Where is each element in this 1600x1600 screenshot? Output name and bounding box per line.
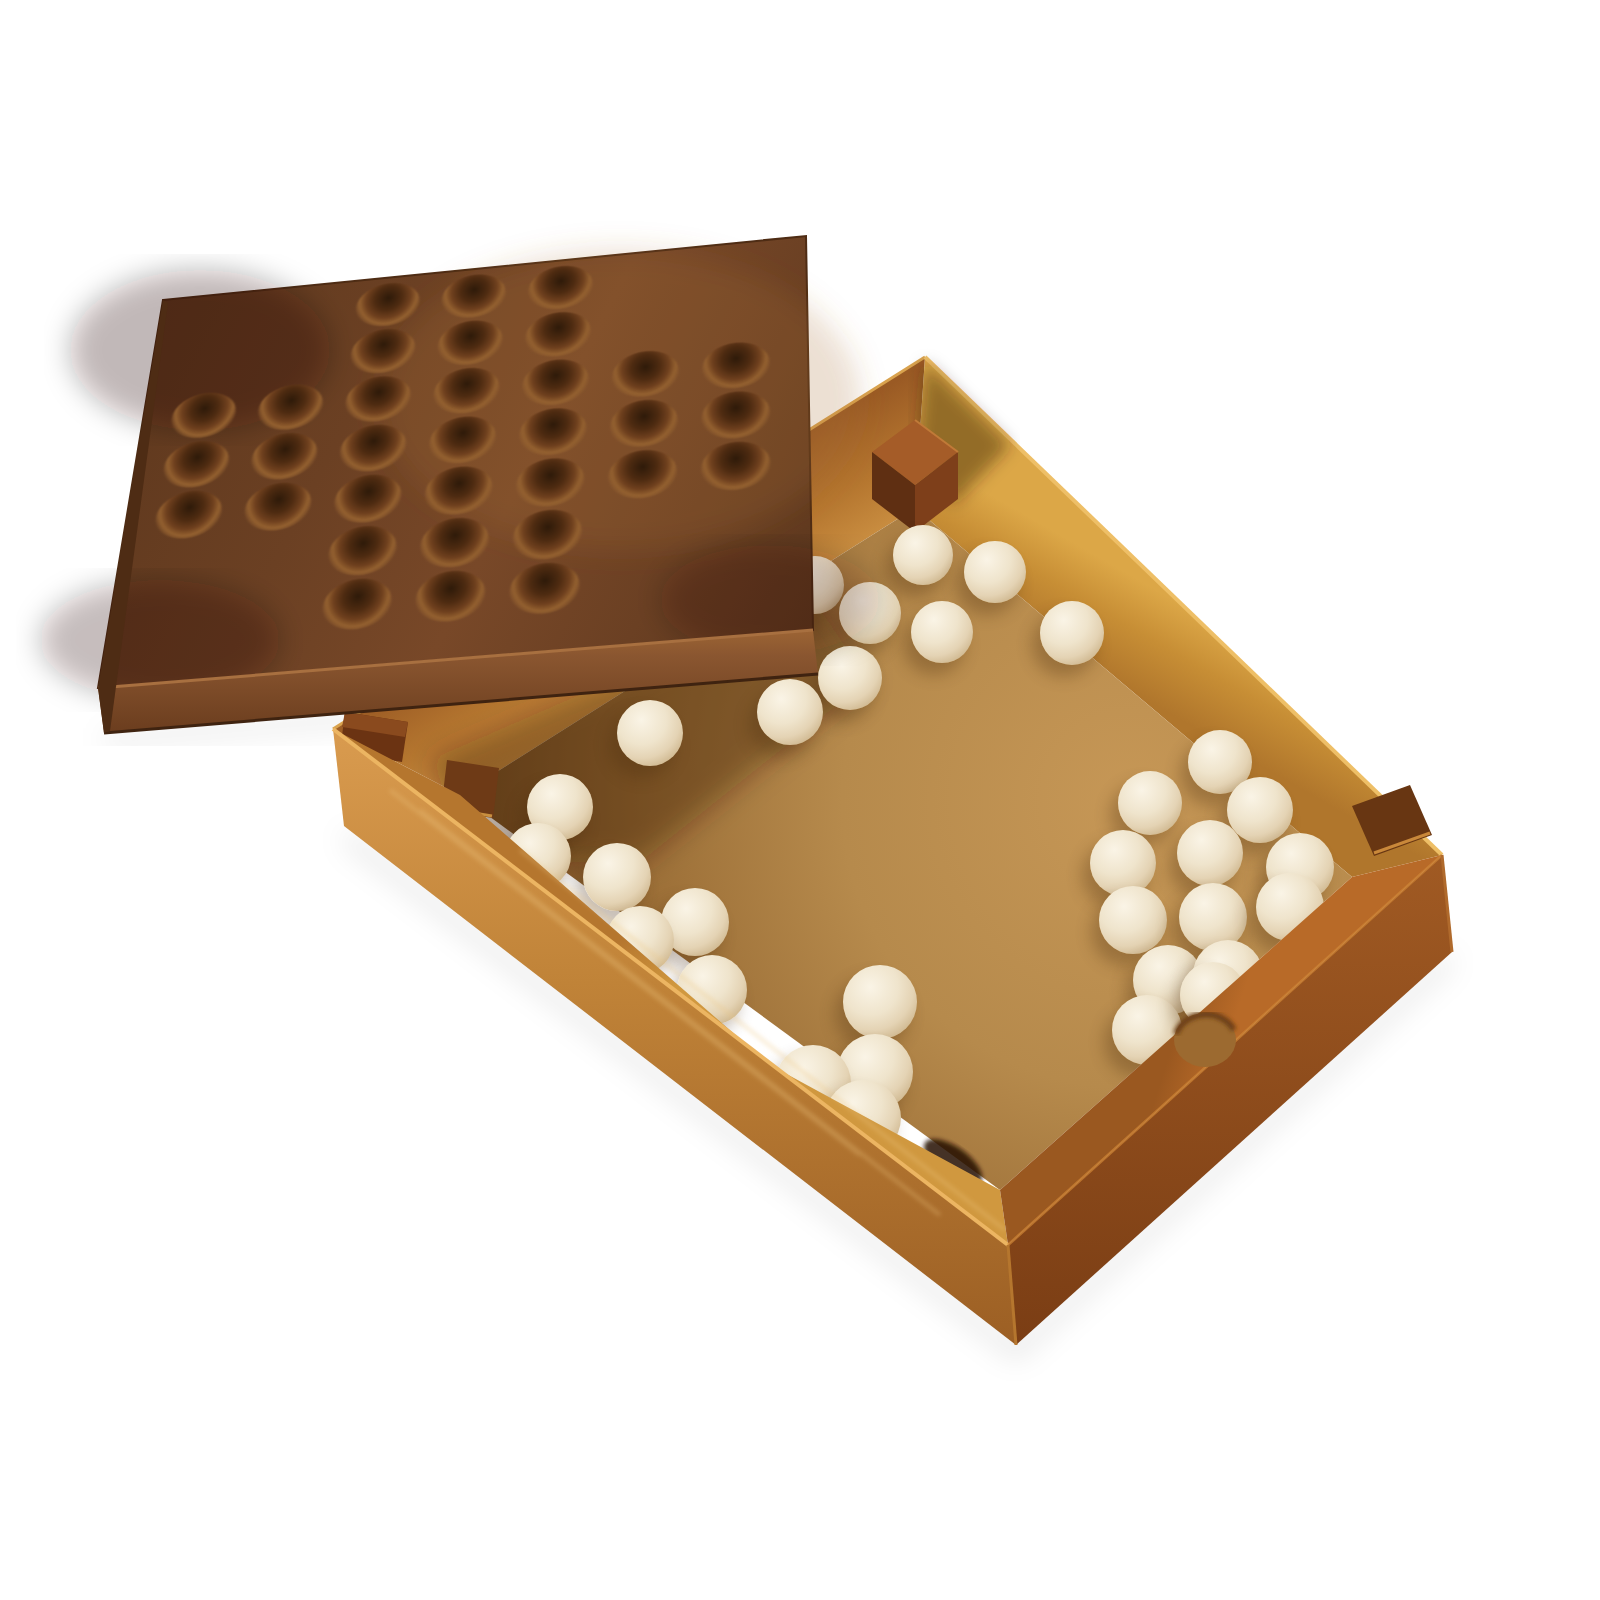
tray-outer-face-right [1008,855,1452,1345]
tray-front-svg [0,0,1600,1600]
outer-arris-left [333,729,1008,1245]
product-photo-stage [0,0,1600,1600]
